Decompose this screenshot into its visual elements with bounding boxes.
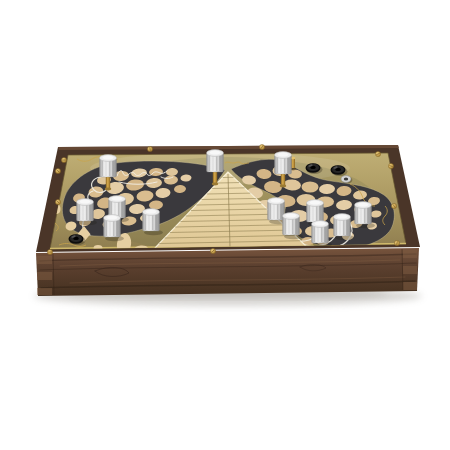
knob-cap-highlight xyxy=(271,199,282,203)
standoff-nut xyxy=(105,188,111,191)
touch-stone xyxy=(302,182,319,193)
standoff-nut xyxy=(212,183,218,186)
knob-cap-highlight xyxy=(146,210,157,214)
knob-standoff xyxy=(106,177,110,190)
knob-standoff xyxy=(281,174,285,187)
knob-cap-highlight xyxy=(278,153,289,157)
knob-cap-highlight xyxy=(286,214,297,218)
synth-photo-canvas xyxy=(0,0,450,450)
knob-cap-highlight xyxy=(358,203,369,207)
knob-cap-highlight xyxy=(315,222,326,226)
knob-cap-highlight xyxy=(210,151,221,155)
knob-cap-highlight xyxy=(103,156,114,160)
standoff-nut xyxy=(280,185,286,188)
knob-cap-highlight xyxy=(80,200,91,204)
knob-cap-highlight xyxy=(112,197,123,201)
product-photo xyxy=(0,0,450,450)
knob-cap-highlight xyxy=(310,201,321,205)
knob-cap-highlight xyxy=(337,215,348,219)
knob-cap-highlight xyxy=(107,216,118,220)
knob-standoff xyxy=(213,172,217,185)
